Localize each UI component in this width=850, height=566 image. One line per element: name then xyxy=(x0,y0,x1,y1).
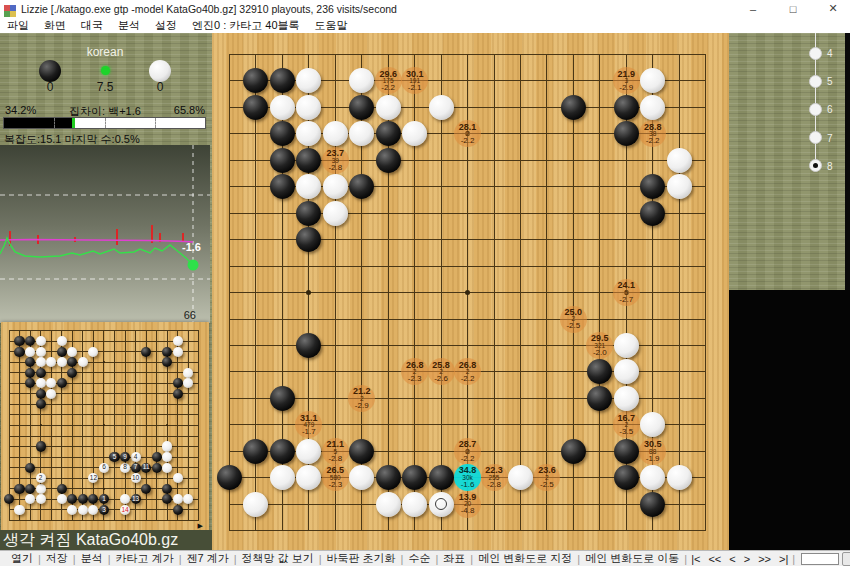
black-stone xyxy=(14,484,24,494)
winrate-bar-marker xyxy=(72,118,75,128)
black-stone xyxy=(57,484,67,494)
white-stone xyxy=(614,333,639,358)
black-stone xyxy=(243,95,268,120)
move-suggestion[interactable]: 26.5580-2.3 xyxy=(322,464,349,491)
white-captures: 0 xyxy=(140,80,180,94)
move-suggestion[interactable]: 28.838-2.2 xyxy=(639,120,666,147)
white-stone xyxy=(270,95,295,120)
black-stone xyxy=(349,95,374,120)
black-stone xyxy=(173,389,183,399)
black-stone xyxy=(152,452,162,462)
nav-button-next[interactable]: > xyxy=(740,553,754,565)
star-point xyxy=(103,488,105,490)
tree-node-8[interactable] xyxy=(809,159,822,172)
black-stone xyxy=(67,357,77,367)
white-stone xyxy=(88,347,98,357)
toolbar-button-2[interactable]: 분석 xyxy=(76,551,108,566)
white-stone xyxy=(183,378,193,388)
menu-item-3[interactable]: 분석 xyxy=(118,18,140,33)
black-stone xyxy=(36,389,46,399)
white-stone xyxy=(349,121,374,146)
toolbar-button-9[interactable]: 메인 변화도로 지정 xyxy=(473,551,577,566)
black-stone xyxy=(25,336,35,346)
toolbar-button-0[interactable]: 열기 xyxy=(6,551,38,566)
white-stone xyxy=(36,357,46,367)
tree-node-label: 8 xyxy=(827,161,833,172)
black-stone xyxy=(296,227,321,252)
move-suggestion[interactable]: 21.15-2.8 xyxy=(322,438,349,465)
white-stone xyxy=(46,389,56,399)
variation-marker: ▶ xyxy=(198,522,203,530)
black-stone xyxy=(141,484,151,494)
toolbar-button-10[interactable]: 메인 변화도로 이동 xyxy=(580,551,684,566)
white-stone xyxy=(296,95,321,120)
white-stone xyxy=(614,386,639,411)
white-stone xyxy=(640,465,665,490)
black-stone xyxy=(270,68,295,93)
white-stone xyxy=(173,347,183,357)
black-stone xyxy=(270,386,295,411)
white-stone xyxy=(46,357,56,367)
black-stone xyxy=(376,148,401,173)
white-stone xyxy=(78,357,88,367)
black-stone xyxy=(376,465,401,490)
white-stone xyxy=(323,121,348,146)
window-title: Lizzie [./katago.exe gtp -model KataGo40… xyxy=(21,3,397,15)
black-capture-stone-icon xyxy=(39,60,61,82)
black-stone xyxy=(349,439,374,464)
minimize-button[interactable]: – xyxy=(746,3,760,15)
black-stone xyxy=(4,494,14,504)
white-stone xyxy=(667,174,692,199)
nav-button-next10[interactable]: >> xyxy=(754,553,775,565)
black-stone xyxy=(36,399,46,409)
toolbar-separator: | xyxy=(792,553,795,565)
menu-item-6[interactable]: 도움말 xyxy=(315,18,348,33)
rule-label: korean xyxy=(0,45,210,59)
white-stone xyxy=(25,347,35,357)
menu-bar: 파일화면대국분석설정엔진0 : 카타고 40블록도움말 xyxy=(0,17,850,33)
nav-button-prev[interactable]: < xyxy=(725,553,739,565)
white-stone xyxy=(640,95,665,120)
white-stone xyxy=(36,336,46,346)
komi-value: 7.5 xyxy=(85,80,125,94)
move-suggestion[interactable]: 29.6175-2.2 xyxy=(375,67,402,94)
black-stone xyxy=(614,121,639,146)
white-stone xyxy=(429,95,454,120)
black-stone xyxy=(614,439,639,464)
black-stone xyxy=(67,494,77,504)
jump-button[interactable]: 이동 xyxy=(842,552,850,566)
black-stone xyxy=(376,121,401,146)
black-stone xyxy=(141,347,151,357)
white-stone xyxy=(120,494,130,504)
white-stone xyxy=(640,68,665,93)
black-stone xyxy=(640,174,665,199)
black-stone xyxy=(429,465,454,490)
white-capture-stone-icon xyxy=(149,60,171,82)
lizzie-window: Lizzie [./katago.exe gtp -model KataGo40… xyxy=(0,0,850,566)
white-stone xyxy=(173,336,183,346)
black-stone xyxy=(614,465,639,490)
white-stone xyxy=(296,121,321,146)
best-move-suggestion[interactable]: 34.830k-1.6 xyxy=(454,464,481,491)
move-suggestion[interactable]: 30.588-1.9 xyxy=(639,438,666,465)
toolbar-button-1[interactable]: 저장 xyxy=(41,551,73,566)
white-stone xyxy=(402,492,427,517)
black-stone xyxy=(270,148,295,173)
black-stone xyxy=(88,494,98,504)
tree-node-label: 5 xyxy=(827,76,833,87)
move-suggestion[interactable]: 21.22-2.9 xyxy=(348,385,375,412)
white-stone xyxy=(36,347,46,357)
tree-node-label: 7 xyxy=(827,133,833,144)
black-stone xyxy=(14,336,24,346)
winrate-bar xyxy=(3,117,206,129)
black-stone xyxy=(162,347,172,357)
black-stone xyxy=(296,148,321,173)
toolbar-button-5[interactable]: 정책망 값 보기 xyxy=(237,551,319,566)
black-stone xyxy=(243,439,268,464)
content-area: korean 0 7.5 0 34.2% 집차이: 백+1.6 65.8% 복잡… xyxy=(0,33,850,550)
white-stone xyxy=(57,494,67,504)
variation-move-7: 7 xyxy=(131,463,141,473)
move-suggestion[interactable]: 22.3255-2.8 xyxy=(481,464,508,491)
app-icon xyxy=(4,3,16,15)
menu-item-5[interactable]: 엔진0 : 카타고 40블록 xyxy=(192,18,300,33)
white-stone xyxy=(162,441,172,451)
menu-item-1[interactable]: 화면 xyxy=(44,18,66,33)
move-suggestion[interactable]: 28.12-2.2 xyxy=(454,120,481,147)
tree-node-6[interactable] xyxy=(809,103,822,116)
black-stone xyxy=(270,174,295,199)
white-stone xyxy=(78,505,88,515)
white-stone xyxy=(25,494,35,504)
move-suggestion[interactable]: 23.739-2.8 xyxy=(322,147,349,174)
black-stone xyxy=(270,439,295,464)
menu-item-2[interactable]: 대국 xyxy=(81,18,103,33)
white-stone xyxy=(88,505,98,515)
menu-item-0[interactable]: 파일 xyxy=(7,18,29,33)
black-stone xyxy=(173,378,183,388)
maximize-button[interactable]: □ xyxy=(786,3,800,15)
variation-move-10: 10 xyxy=(131,473,141,483)
white-stone xyxy=(296,465,321,490)
move-suggestion[interactable]: 28.72-2.2 xyxy=(454,438,481,465)
white-stone xyxy=(667,148,692,173)
graph-score-tag: -1.6 xyxy=(182,241,201,253)
white-stone xyxy=(323,201,348,226)
variation-move-11: 11 xyxy=(141,463,151,473)
white-stone xyxy=(667,465,692,490)
move-suggestion[interactable]: 16.72-3.5 xyxy=(613,411,640,438)
tree-node-4[interactable] xyxy=(809,47,822,60)
black-stone xyxy=(173,505,183,515)
black-stone xyxy=(614,95,639,120)
variation-move-9: 9 xyxy=(120,452,130,462)
white-stone xyxy=(36,494,46,504)
move-suggestion[interactable]: 21.93-2.9 xyxy=(613,67,640,94)
black-stone xyxy=(57,378,67,388)
close-button[interactable]: ✕ xyxy=(826,2,840,15)
black-stone xyxy=(296,333,321,358)
move-suggestion[interactable]: 29.5321-2.0 xyxy=(586,332,613,359)
move-suggestion[interactable]: 25.82-2.6 xyxy=(428,358,455,385)
white-stone xyxy=(173,473,183,483)
black-stone xyxy=(36,441,46,451)
white-stone xyxy=(508,465,533,490)
move-suggestion[interactable]: 23.62-2.5 xyxy=(533,464,560,491)
star-point xyxy=(465,290,470,295)
tree-node-label: 4 xyxy=(827,48,833,59)
black-stone xyxy=(25,463,35,473)
star-point xyxy=(103,361,105,363)
white-stone xyxy=(67,347,77,357)
white-stone xyxy=(46,378,56,388)
move-number-input[interactable] xyxy=(801,553,839,565)
nav-button-first[interactable]: |< xyxy=(687,553,704,565)
white-stone xyxy=(183,368,193,378)
white-stone xyxy=(323,174,348,199)
black-stone xyxy=(587,386,612,411)
black-stone xyxy=(78,494,88,504)
variation-move-5: 5 xyxy=(109,452,119,462)
white-stone xyxy=(173,494,183,504)
tree-panel-black-area xyxy=(729,290,850,550)
black-stone xyxy=(640,201,665,226)
white-stone xyxy=(402,121,427,146)
black-stone xyxy=(162,494,172,504)
black-captures: 0 xyxy=(30,80,70,94)
toolbar-button-6[interactable]: 바둑판 초기화 xyxy=(322,551,401,566)
black-stone xyxy=(14,347,24,357)
nav-button-prev10[interactable]: << xyxy=(704,553,725,565)
variation-board[interactable]: ▶ 1234567891011121314 xyxy=(1,322,209,533)
current-move-dot[interactable] xyxy=(188,260,199,271)
black-stone xyxy=(162,357,172,367)
black-stone xyxy=(217,465,242,490)
menu-item-4[interactable]: 설정 xyxy=(155,18,177,33)
white-stone xyxy=(67,505,77,515)
white-stone xyxy=(376,492,401,517)
black-stone xyxy=(296,201,321,226)
move-suggestion[interactable]: 30.1191-2.1 xyxy=(401,67,428,94)
komi-dot-icon xyxy=(101,66,110,75)
move-tree-panel[interactable]: 45678 xyxy=(729,33,850,550)
move-suggestion[interactable]: 31.1479-1.7 xyxy=(295,411,322,438)
white-stone xyxy=(376,95,401,120)
toolbar-button-8[interactable]: 좌표 xyxy=(438,551,470,566)
tree-node-7[interactable] xyxy=(809,131,822,144)
white-stone xyxy=(349,68,374,93)
black-stone xyxy=(162,484,172,494)
black-stone xyxy=(349,174,374,199)
graph-move-number: 66 xyxy=(184,309,196,321)
black-stone xyxy=(152,463,162,473)
black-stone xyxy=(561,95,586,120)
move-suggestion[interactable]: 26.82-2.3 xyxy=(401,358,428,385)
variation-move-6: 6 xyxy=(99,463,109,473)
variation-move-8: 8 xyxy=(120,463,130,473)
white-stone xyxy=(162,452,172,462)
winrate-row: 34.2% 집차이: 백+1.6 65.8% xyxy=(0,104,210,116)
black-stone xyxy=(25,368,35,378)
black-stone xyxy=(640,492,665,517)
variation-move-3: 3 xyxy=(99,505,109,515)
black-stone xyxy=(270,121,295,146)
white-stone xyxy=(183,494,193,504)
black-stone xyxy=(587,359,612,384)
black-stone xyxy=(561,439,586,464)
variation-move-1: 1 xyxy=(99,494,109,504)
move-suggestion[interactable]: 25.02-2.5 xyxy=(560,306,587,333)
white-stone xyxy=(243,492,268,517)
bottom-toolbar: 열기|저장|분석|카타고 계가|젠7 계가|정책망 값 보기|바둑판 초기화|수… xyxy=(0,550,850,566)
white-stone xyxy=(270,465,295,490)
variation-move-12: 12 xyxy=(88,473,98,483)
black-stone xyxy=(402,465,427,490)
white-stone xyxy=(36,378,46,388)
toolbar-button-4[interactable]: 젠7 계가 xyxy=(182,551,234,566)
white-stone xyxy=(14,505,24,515)
white-stone xyxy=(57,357,67,367)
variation-move-2: 2 xyxy=(36,473,46,483)
white-winrate: 65.8% xyxy=(174,104,205,116)
white-stone xyxy=(614,359,639,384)
last-move-marker xyxy=(435,498,447,510)
white-stone xyxy=(296,68,321,93)
black-stone xyxy=(25,357,35,367)
tree-node-label: 6 xyxy=(827,104,833,115)
white-stone xyxy=(57,336,67,346)
toolbar-button-3[interactable]: 카타고 계가 xyxy=(111,551,179,566)
black-stone xyxy=(243,68,268,93)
tree-node-5[interactable] xyxy=(809,75,822,88)
winrate-bar-black-fill xyxy=(4,118,73,128)
black-stone xyxy=(25,378,35,388)
move-suggestion[interactable]: 13.920-4.8 xyxy=(454,491,481,518)
title-bar: Lizzie [./katago.exe gtp -model KataGo40… xyxy=(0,0,850,17)
black-stone xyxy=(25,484,35,494)
variation-move-14: 14 xyxy=(120,505,130,515)
move-suggestion[interactable]: 24.15-2.7 xyxy=(613,279,640,306)
star-point xyxy=(306,290,311,295)
status-text: 생각 켜짐 KataGo40b.gz xyxy=(0,530,178,551)
black-stone xyxy=(67,368,77,378)
white-stone xyxy=(640,412,665,437)
variation-move-4: 4 xyxy=(131,452,141,462)
winrate-graph[interactable]: -1.6 66 xyxy=(0,145,210,323)
move-suggestion[interactable]: 26.82-2.2 xyxy=(454,358,481,385)
variation-move-13: 13 xyxy=(131,494,141,504)
nav-button-last[interactable]: >| xyxy=(775,553,792,565)
white-stone xyxy=(36,484,46,494)
white-stone xyxy=(296,439,321,464)
white-stone xyxy=(349,465,374,490)
current-node-dot xyxy=(813,163,818,168)
last-move-stone xyxy=(429,492,454,517)
black-stone xyxy=(57,347,67,357)
black-stone xyxy=(36,368,46,378)
toolbar-button-7[interactable]: 수순 xyxy=(403,551,435,566)
white-stone xyxy=(296,174,321,199)
white-stone xyxy=(162,463,172,473)
main-board[interactable]: 29.6175-2.230.1191-2.121.93-2.928.12-2.2… xyxy=(212,33,729,550)
